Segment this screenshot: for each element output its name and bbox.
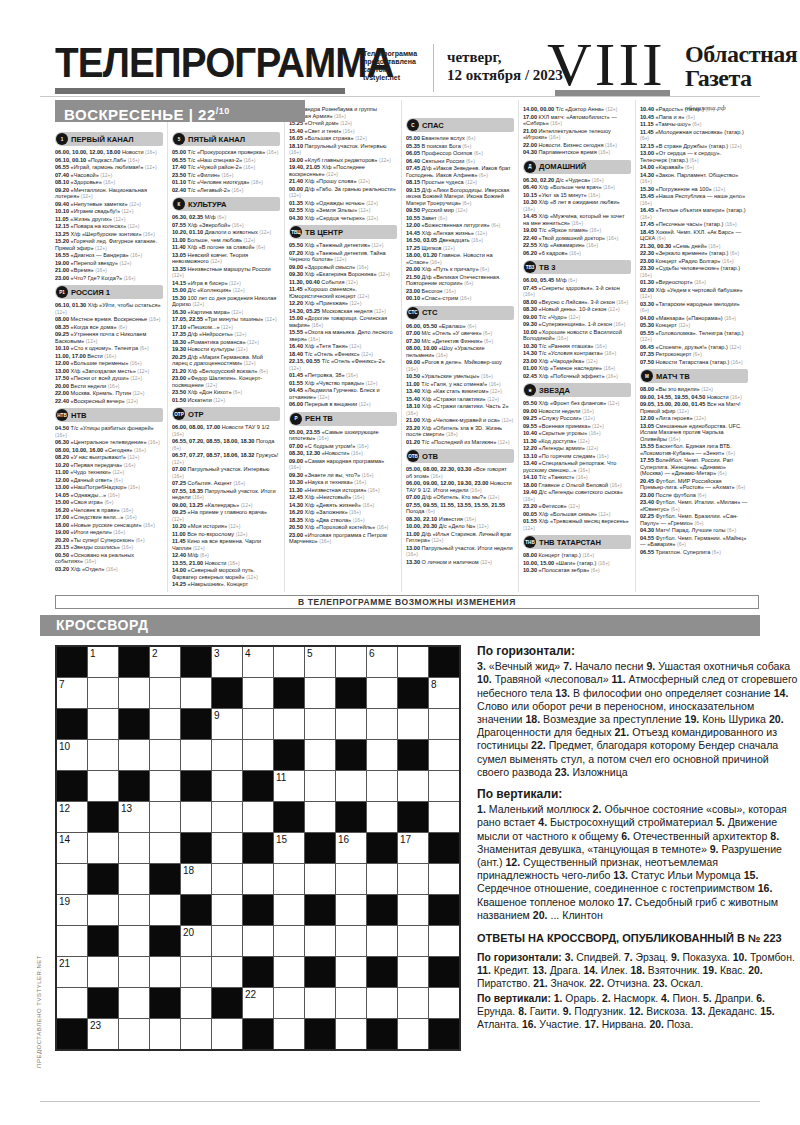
cell-r2c13[interactable]: 8	[429, 678, 459, 708]
program-line: 23.20 Х/ф «Обитель зла в 3D. Жизнь после…	[406, 425, 514, 438]
cell-r12c11[interactable]	[367, 988, 397, 1018]
program-line: 07.00 Патрульный участок. Интервью (16+)	[172, 466, 280, 479]
cell-r13c6[interactable]	[212, 1019, 242, 1049]
program-line: 19.00 Т/с «Яркое пламя» (16+)	[523, 227, 631, 234]
age-rating: (16+)	[362, 472, 374, 478]
cell-r7c8[interactable]: 15	[274, 833, 304, 863]
cell-r5c9[interactable]	[305, 771, 335, 801]
program-line: 05.50 Х/ф «Фронт без флангов» (12+)	[523, 400, 631, 407]
program-line: 07.00 М/с «Отель «У овечек» (6+)	[406, 330, 514, 337]
cell-r12c9[interactable]	[305, 988, 335, 1018]
program-line: 18.10 Х/ф «Стражи галактики. Часть 2» (1…	[406, 403, 514, 416]
age-rating: (6+)	[491, 222, 500, 228]
cell-r3c12[interactable]	[398, 709, 428, 739]
program-line: 21.00 «Время» (16+)	[55, 267, 163, 274]
program-line: 19.00 «Клуб главных редакторов» (12+)	[289, 157, 397, 164]
age-rating: (12+)	[488, 494, 500, 500]
program-line: 07.55, 18.35 Патрульный участок. Итоги н…	[172, 488, 280, 501]
age-rating: (12+)	[586, 445, 598, 451]
cell-r10c7[interactable]	[243, 926, 273, 956]
program-line: 12.00 «Большие перемены» (16+)	[55, 360, 163, 367]
program-line: 00.00 Д/ф «Габо. За гранью реальности» (…	[289, 186, 397, 199]
cell-r5c13[interactable]	[429, 771, 459, 801]
program-line: 23.15 «Звезды сошлись» (16+)	[55, 544, 163, 551]
cell-r3c13[interactable]	[429, 709, 459, 739]
program-line: 13.00 «От сердца — к сердцу». Телеочерк …	[640, 150, 748, 163]
cell-r6c11[interactable]	[367, 802, 397, 832]
clue-number-20: 20	[183, 927, 194, 938]
cell-r11c4[interactable]	[150, 957, 180, 987]
cell-r8c12[interactable]	[398, 864, 428, 894]
cell-r6c1[interactable]: 12	[57, 802, 87, 832]
age-rating: (16+)	[578, 467, 590, 473]
age-rating: (16+)	[489, 381, 501, 387]
program-line: 06.55 Триатлон. Суперлига (6+)	[640, 549, 748, 556]
cell-r8c9[interactable]	[305, 864, 335, 894]
cell-r5c4[interactable]	[150, 771, 180, 801]
program-line: 11.30, 00.40 События (12+)	[289, 279, 397, 286]
age-rating: (16+)	[589, 430, 601, 436]
cell-r11c12[interactable]	[398, 957, 428, 987]
cell-r8c11[interactable]	[367, 864, 397, 894]
channel-name-kultura: КУЛЬТУРА	[188, 200, 227, 209]
cell-r9c3[interactable]	[119, 895, 149, 925]
cell-r4c1[interactable]: 10	[57, 740, 87, 770]
cell-r7c3[interactable]	[119, 833, 149, 863]
cell-r10c9[interactable]	[305, 926, 335, 956]
cell-r11c10[interactable]	[336, 957, 366, 987]
age-rating: (12+)	[128, 454, 140, 460]
cell-r13c8[interactable]	[274, 1019, 304, 1049]
age-rating: (16+)	[464, 516, 476, 522]
program-line: 15.55 «Охота на маньяка. Дело лесного зв…	[289, 329, 397, 342]
program-line: 20.50 Х/ф «Пороховой коктейль» (16+)	[289, 524, 397, 531]
cell-r3c4[interactable]	[150, 709, 180, 739]
age-rating: (12+)	[340, 120, 352, 126]
cell-r9c6[interactable]	[212, 895, 242, 925]
cell-r10c1[interactable]	[57, 926, 87, 956]
age-rating: (16+)	[598, 149, 610, 155]
cell-r8c5[interactable]: 18	[181, 864, 211, 894]
cell-r7c4[interactable]	[150, 833, 180, 863]
cell-r9c4[interactable]	[150, 895, 180, 925]
cell-r1c1	[57, 647, 87, 677]
cell-r11c3[interactable]	[119, 957, 149, 987]
cell-r7c10[interactable]: 16	[336, 833, 366, 863]
cell-r5c6[interactable]	[212, 771, 242, 801]
clue-number-5: 5	[307, 648, 313, 659]
clue-number-1: 1	[90, 648, 96, 659]
cell-r12c13[interactable]	[429, 988, 459, 1018]
age-rating: (16+)	[103, 179, 115, 185]
tv-column-3: Александра Розенбаума и группы «Старая А…	[289, 100, 402, 592]
cell-r4c13[interactable]	[429, 740, 459, 770]
cell-r4c2[interactable]	[88, 740, 118, 770]
cell-r7c7	[243, 833, 273, 863]
program-line: 09.00 Т/с «Чудо» (12+)	[523, 314, 631, 321]
cell-r10c8[interactable]	[274, 926, 304, 956]
program-line: 14.10 Т/с «Танкист» (16+)	[523, 474, 631, 481]
cell-r1c9[interactable]: 5	[305, 647, 335, 677]
cell-r12c7[interactable]: 22	[243, 988, 273, 1018]
channel-name-domashniy: ДОМАШНИЙ	[539, 162, 586, 171]
program-line: 07.35 Ретроконцерт (6+)	[640, 351, 748, 358]
age-rating: (12+)	[289, 192, 301, 198]
cell-r7c2[interactable]	[88, 833, 118, 863]
age-rating: (16+)	[640, 214, 652, 220]
age-rating: (16+)	[481, 373, 493, 379]
cell-r13c3[interactable]	[119, 1019, 149, 1049]
age-rating: (6+)	[479, 172, 488, 178]
program-line: 15.30 «Погружение на 100» (12+)	[640, 186, 748, 193]
cell-r8c8[interactable]	[274, 864, 304, 894]
cell-r9c12[interactable]	[398, 895, 428, 925]
program-line: 11.00 «Чудо техники» (12+)	[55, 469, 163, 476]
cell-r11c5[interactable]	[181, 957, 211, 987]
program-line: 07.30 М/с «Детектив Финник» (6+)	[406, 338, 514, 345]
program-line: 18.00 Главное с Ольгой Беловой (16+)	[523, 482, 631, 489]
age-rating: (12+)	[498, 439, 510, 445]
cell-r10c13[interactable]	[429, 926, 459, 956]
program-line: 18.00, 01.20 Главное. Новости на «Спасе»…	[406, 252, 514, 265]
program-line: 02.00 Х/ф «Уедем к чертовой бабушке» (12…	[640, 287, 748, 300]
age-rating: (16+)	[603, 184, 615, 190]
cell-r13c12[interactable]	[398, 1019, 428, 1049]
program-line: 17.55 Волейбол. Чемп. России. Pari Супер…	[640, 457, 748, 477]
channel-name-zvezda: ЗВЕЗДА	[539, 386, 570, 395]
program-line: 23.00 «Итоговая программа с Петром Марче…	[289, 532, 397, 545]
program-line: 11.05 «Жизнь других» (12+)	[55, 216, 163, 223]
age-rating: (16+)	[145, 149, 157, 155]
cell-r1c4[interactable]: 2	[150, 647, 180, 677]
program-line: 13.40 «Специальный репортаж. Что русском…	[523, 460, 631, 473]
cell-r1c11[interactable]: 6	[367, 647, 397, 677]
cell-r2c9[interactable]	[305, 678, 335, 708]
age-rating: (16+)	[606, 373, 618, 379]
cell-r3c6[interactable]: 9	[212, 709, 242, 739]
program-line: 09.25 «Служу России» (12+)	[523, 415, 631, 422]
cell-r2c12	[398, 678, 428, 708]
newspaper-page: ТЕЛЕПРОГРАММА Телепрограмма предоставлен…	[0, 0, 800, 1125]
cell-r9c13	[429, 895, 459, 925]
cell-r5c8[interactable]: 11	[274, 771, 304, 801]
age-rating: (12+)	[640, 336, 652, 342]
program-line: 15.55 Баскетбол. Единая лига ВТБ. «Локом…	[640, 443, 748, 456]
cell-r2c1[interactable]: 7	[57, 678, 87, 708]
program-line: 07.55, 09.55, 11.55, 13.55, 15.55, 21.55…	[406, 502, 514, 515]
cell-r4c7[interactable]	[243, 740, 273, 770]
cell-r4c8	[274, 740, 304, 770]
cell-r3c10[interactable]	[336, 709, 366, 739]
cell-r12c3[interactable]	[119, 988, 149, 1018]
cell-r10c11[interactable]	[367, 926, 397, 956]
cell-r8c3[interactable]	[119, 864, 149, 894]
program-line: 11.00 Т/с «Галя, у нас отмена!» (16+)	[406, 381, 514, 388]
program-line: 18.40 Т/с «Отель «Феникс» (12+)	[289, 351, 397, 358]
program-line: 01.10 Т/с «Человек ниоткуда» (18+)	[172, 179, 280, 186]
program-line: 18.45 Хоккей. Чемп. КХЛ. «Ак Барс» — ЦСК…	[640, 229, 748, 242]
channel-header-zvezda: ★ЗВЕЗДА	[523, 383, 631, 397]
channel-logo-pyatyi-kanal-icon: 5	[173, 133, 185, 145]
cell-r11c2[interactable]	[88, 957, 118, 987]
cell-r1c10[interactable]	[336, 647, 366, 677]
program-line: 08.10 «Здоровье» (16+)	[55, 179, 163, 186]
cell-r7c6[interactable]	[212, 833, 242, 863]
age-rating: (12+)	[608, 306, 620, 312]
program-line: 18.30 «Романтика романса» (12+)	[172, 339, 280, 346]
cell-r10c3[interactable]	[119, 926, 149, 956]
cell-r11c6[interactable]	[212, 957, 242, 987]
program-line: 05.00 Евангелие вслух (6+)	[406, 135, 514, 142]
program-line: 13.05 Невский ковчег. Теория невозможног…	[172, 252, 280, 265]
cell-r6c3[interactable]: 13	[119, 802, 149, 832]
cell-r10c6[interactable]	[212, 926, 242, 956]
age-rating: (12+)	[95, 245, 107, 251]
channel-header-ren-tv: РРЕН ТВ	[289, 412, 397, 426]
cell-r10c5[interactable]: 20	[181, 926, 211, 956]
tv-column-4: ССПАС05.00 Евангелие вслух (6+)05.35 В п…	[406, 100, 519, 592]
cell-r12c1[interactable]	[57, 988, 87, 1018]
program-line: 06.30, 02.35 М/ф (6+)	[172, 214, 280, 221]
cell-r5c2[interactable]	[88, 771, 118, 801]
program-line: 04.00 «Манзара» («Панорама») (16+)	[640, 315, 748, 322]
cell-r6c4[interactable]	[150, 802, 180, 832]
program-line: 23.30 «Судьбы человеческие» (татар.) (16…	[640, 265, 748, 278]
program-line: 02.40 Т/с «Легавый-2» (16+)	[172, 187, 280, 194]
cell-r13c2[interactable]: 23	[88, 1019, 118, 1049]
cell-r1c2[interactable]: 1	[88, 647, 118, 677]
cell-r8c7[interactable]	[243, 864, 273, 894]
age-rating: (16+)	[362, 502, 374, 508]
program-line: 06.00, 05.50 «Ералаш» (6+)	[406, 323, 514, 330]
cell-r12c12[interactable]	[398, 988, 428, 1018]
cell-r1c8[interactable]	[274, 647, 304, 677]
cell-r5c7	[243, 771, 273, 801]
program-line: 23.50 Х/ф «Дон Кихот» (6+)	[172, 389, 280, 396]
age-rating: (6+)	[480, 266, 489, 272]
program-line: 14.05 «Однажды...» (16+)	[55, 492, 163, 499]
cell-r1c3	[119, 647, 149, 677]
program-line: 19.40, 21.05 Х/ф «Последнее воскресенье»…	[289, 164, 397, 177]
cell-r2c2[interactable]	[88, 678, 118, 708]
cell-r13c4[interactable]	[150, 1019, 180, 1049]
cell-r9c1[interactable]: 19	[57, 895, 87, 925]
cell-r10c12[interactable]	[398, 926, 428, 956]
cell-r6c5[interactable]	[181, 802, 211, 832]
cell-r7c11	[367, 833, 397, 863]
age-rating: (6+)	[693, 351, 702, 357]
channel-logo-rossiya-1-icon: Р1	[56, 286, 68, 298]
program-line: 06.10, 01.30 Х/ф «Уйти, чтобы остаться» …	[55, 302, 163, 315]
cell-r3c8[interactable]	[274, 709, 304, 739]
age-rating: (12+)	[358, 178, 370, 184]
cell-r11c9	[305, 957, 335, 987]
age-rating: (16+)	[267, 149, 279, 155]
age-rating: (12+)	[137, 368, 149, 374]
program-line: 11.00 Все по-взрослому (12+)	[172, 531, 280, 538]
program-line: 12.00 «Лига героев» (12+)	[640, 415, 748, 422]
tv-column-1: 1ПЕРВЫЙ КАНАЛ06.00, 10.00, 12.00, 18.00 …	[55, 100, 168, 592]
age-rating: (12+)	[361, 351, 373, 357]
cell-r7c12[interactable]: 17	[398, 833, 428, 863]
cell-r5c12[interactable]	[398, 771, 428, 801]
age-rating: (16+)	[640, 272, 652, 278]
cell-r3c11[interactable]	[367, 709, 397, 739]
age-rating: (16+)	[694, 279, 706, 285]
program-line: 07.55 Х/ф «Зверобой» (16+)	[172, 222, 280, 229]
day-header-sunday: ВОСКРЕСЕНЬЕ | 22/10	[55, 100, 305, 122]
age-rating: (16+)	[669, 436, 681, 442]
program-line: 07.40 «Часовой» (12+)	[55, 172, 163, 179]
cell-r13c5[interactable]	[181, 1019, 211, 1049]
cell-r7c9	[305, 833, 335, 863]
age-rating: (12+)	[247, 339, 259, 345]
cell-r7c1[interactable]: 14	[57, 833, 87, 863]
program-line: 10.20, 01.10 Диалоги о животных (12+)	[172, 229, 280, 236]
channel-header-otr: ОТРОТР	[172, 407, 280, 421]
cell-r6c9[interactable]	[305, 802, 335, 832]
channel-logo-ren-tv-icon: Р	[290, 413, 302, 425]
program-line: 13.35 Неизвестные маршруты России (12+)	[172, 266, 280, 279]
cell-r5c11[interactable]	[367, 771, 397, 801]
cell-r11c1[interactable]: 21	[57, 957, 87, 987]
program-line: 06.30 «Центральное телевидение» (16+)	[55, 439, 163, 446]
cell-r11c11	[367, 957, 397, 987]
cell-r13c10[interactable]	[336, 1019, 366, 1049]
cell-r12c4	[150, 988, 180, 1018]
age-rating: (16+)	[603, 365, 615, 371]
program-line: 04.30 Х/ф «Сердца четырех» (12+)	[289, 215, 397, 222]
program-line: 05.00 Т/с «Прокурорская проверка» (16+)	[172, 149, 280, 156]
program-line: 17.10 «Пешком...» (12+)	[172, 324, 280, 331]
age-rating: (12+)	[599, 511, 611, 517]
cell-r6c13[interactable]	[429, 802, 459, 832]
age-rating: (12+)	[193, 545, 205, 551]
schedule-change-notice: В ТЕЛЕПРОГРАММЕ ВОЗМОЖНЫ ИЗМЕНЕНИЯ	[55, 595, 759, 609]
cell-r3c7[interactable]	[243, 709, 273, 739]
cell-r4c3[interactable]	[119, 740, 149, 770]
cell-r9c2[interactable]	[88, 895, 118, 925]
cell-r4c9[interactable]	[305, 740, 335, 770]
cell-r10c10[interactable]	[336, 926, 366, 956]
cell-r11c8[interactable]	[274, 957, 304, 987]
program-line: 15.00 «Дорогие товарищи. Сочинская мафия…	[289, 315, 397, 328]
cell-r5c10[interactable]	[336, 771, 366, 801]
program-line: 08.30 «Новый день». 10-й сезон (12+)	[523, 306, 631, 313]
program-line: 05.50 Х/ф «Таежный детектив» (12+)	[289, 242, 397, 249]
cell-r4c11[interactable]	[367, 740, 397, 770]
program-line: 22.40 «Воскресный вечер» (12+)	[55, 398, 163, 405]
age-rating: (12+)	[592, 423, 604, 429]
age-rating: (16+)	[343, 128, 355, 134]
age-rating: (16+)	[121, 544, 133, 550]
cell-r2c3[interactable]	[119, 678, 149, 708]
age-rating: (6+)	[484, 338, 493, 344]
program-line: 06.55, 07.20, 08.55, 18.00, 18.30 Погода…	[172, 438, 280, 451]
cell-r2c5[interactable]	[181, 678, 211, 708]
age-rating: (6+)	[640, 307, 649, 313]
cell-r8c6[interactable]	[212, 864, 242, 894]
program-line: 15.00 Д/с «Коллекция» (12+)	[172, 287, 280, 294]
program-line: 18.00 «Новые русские сенсации» (16+)	[55, 522, 163, 529]
cell-r3c2[interactable]	[88, 709, 118, 739]
age-rating: (6+)	[462, 143, 471, 149]
age-rating: (12+)	[349, 300, 361, 306]
age-rating: (16+)	[610, 482, 622, 488]
cell-r9c10[interactable]	[336, 895, 366, 925]
program-line: 11.15 «Тамчы-шоу» (6+)	[640, 121, 748, 128]
program-line: 06.55 «Играй, гармонь любимая!» (12+)	[55, 164, 163, 171]
cell-r3c9[interactable]	[305, 709, 335, 739]
age-rating: (12+)	[608, 400, 620, 406]
age-rating: (6+)	[697, 492, 706, 498]
age-rating: (6+)	[718, 470, 727, 476]
program-line: 15.00 «Своя игра» (6+)	[55, 499, 163, 506]
program-line: 08.00 «Вы это видели» (12+)	[640, 386, 748, 393]
cell-r1c12[interactable]	[398, 647, 428, 677]
program-line: 01.45 «Петровка, 38» (16+)	[289, 372, 397, 379]
program-line: 14.15 «Игра в бисер» (12+)	[172, 280, 280, 287]
age-rating: (16+)	[222, 172, 234, 178]
cell-r6c7[interactable]	[243, 802, 273, 832]
crossword-section: 1234567891011121314151617181920212223 По…	[55, 645, 799, 1051]
cell-r4c6[interactable]	[212, 740, 242, 770]
cell-r2c7[interactable]	[243, 678, 273, 708]
age-rating: (6+)	[233, 389, 242, 395]
age-rating: (16+)	[582, 408, 594, 414]
cell-r2c4[interactable]	[150, 678, 180, 708]
age-rating: (6+)	[730, 250, 739, 256]
cell-r2c11[interactable]	[367, 678, 397, 708]
program-line: 22.55 Х/ф «Аквамарин» (16+)	[523, 242, 631, 249]
age-rating: (12+)	[379, 157, 391, 163]
cell-r8c13[interactable]	[429, 864, 459, 894]
cell-r8c10[interactable]	[336, 864, 366, 894]
age-rating: (16+)	[470, 487, 482, 493]
clue-number-17: 17	[400, 834, 411, 845]
program-line: 21.00 Интеллектуальное телешоу «Игроки» …	[523, 128, 631, 141]
cell-r12c5[interactable]	[181, 988, 211, 1018]
age-rating: (16+)	[616, 299, 628, 305]
age-rating: (6+)	[217, 214, 226, 220]
age-rating: (6+)	[690, 157, 699, 163]
age-rating: (16+)	[406, 410, 418, 416]
program-line: 08.00 Концерт (татар.) (16+)	[523, 552, 631, 559]
cell-r13c11	[367, 1019, 397, 1049]
channel-header-otv: ОТВОТВ	[406, 449, 514, 463]
age-rating: (16+)	[354, 479, 366, 485]
program-line: 12.20 «Легенды армии» (12+)	[523, 445, 631, 452]
cell-r1c7[interactable]: 4	[243, 647, 273, 677]
program-line: 10.30 «Полосатая зебра» (6+)	[523, 567, 631, 574]
cell-r6c6[interactable]	[212, 802, 242, 832]
program-line: 10.20 «Моя история» (12+)	[172, 523, 280, 530]
cell-r12c8[interactable]	[274, 988, 304, 1018]
cell-r8c1[interactable]	[57, 864, 87, 894]
age-rating: (12+)	[241, 502, 253, 508]
program-line: 23.00 После футбола (6+)	[640, 492, 748, 499]
cell-r12c10[interactable]	[336, 988, 366, 1018]
program-line: 10.00 «Хорошие новости с Василисой Волод…	[523, 329, 631, 342]
cell-r1c6[interactable]: 3	[212, 647, 242, 677]
cell-r4c4[interactable]	[150, 740, 180, 770]
cell-r4c5[interactable]	[181, 740, 211, 770]
newspaper-logo-line1: Областная	[685, 41, 797, 67]
program-line: 06.00, 05.45 М/ф (6+)	[523, 277, 631, 284]
channel-header-match-tv: ММАТЧ ТВ	[640, 369, 748, 383]
cell-r9c8[interactable]	[274, 895, 304, 925]
age-rating: (16+)	[311, 322, 323, 328]
